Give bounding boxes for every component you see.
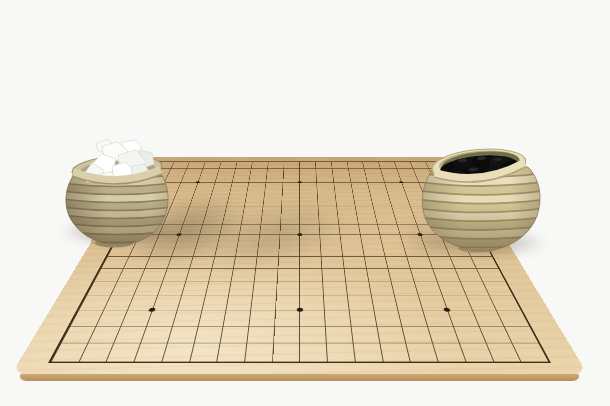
board-cell[interactable] [275, 295, 300, 310]
board-cell[interactable] [244, 343, 273, 362]
board-cell[interactable] [299, 281, 323, 295]
board-cell[interactable] [233, 168, 251, 175]
board-cell[interactable] [317, 198, 336, 206]
board-cell[interactable] [299, 256, 321, 268]
board-cell[interactable] [321, 256, 344, 268]
board-cell[interactable] [366, 268, 391, 281]
board-cell[interactable] [299, 295, 324, 310]
board-cell[interactable] [322, 268, 346, 281]
board-cell[interactable] [362, 245, 385, 256]
board-cell[interactable] [355, 206, 375, 215]
board-cell[interactable] [358, 224, 380, 234]
board-cell[interactable] [201, 295, 228, 310]
board-cell[interactable] [322, 281, 346, 295]
board-cell[interactable] [352, 190, 371, 198]
board-cell[interactable] [261, 215, 281, 224]
board-cell[interactable] [299, 268, 322, 281]
board-cell[interactable] [299, 182, 316, 190]
board-cell[interactable] [202, 215, 224, 224]
scene [0, 0, 610, 406]
board-cell[interactable] [368, 281, 394, 295]
board-cell[interactable] [277, 256, 299, 268]
board-cell[interactable] [217, 234, 240, 245]
board-cell[interactable] [333, 175, 351, 182]
board-cell[interactable] [276, 281, 300, 295]
board-cell[interactable] [332, 168, 349, 175]
board-cell[interactable] [299, 234, 320, 245]
board-cell[interactable] [299, 224, 319, 234]
board-cell[interactable] [334, 190, 353, 198]
board-cell[interactable] [353, 343, 383, 362]
board-cell[interactable] [335, 198, 354, 206]
board-cell[interactable] [320, 245, 342, 256]
board-cell[interactable] [249, 310, 275, 326]
board-cell[interactable] [226, 295, 252, 310]
board-cell[interactable] [205, 281, 231, 295]
board-cell[interactable] [257, 245, 279, 256]
board-cell[interactable] [189, 256, 214, 268]
board-cell[interactable] [299, 245, 320, 256]
board-cell[interactable] [193, 326, 223, 343]
board-cell[interactable] [325, 326, 353, 343]
board-cell[interactable] [364, 168, 382, 175]
board-cell[interactable] [196, 234, 219, 245]
board-cell[interactable] [214, 245, 237, 256]
board-cell[interactable] [241, 215, 262, 224]
board-cell[interactable] [198, 310, 226, 326]
board-cell[interactable] [258, 234, 279, 245]
board-cell[interactable] [226, 198, 246, 206]
board-cell[interactable] [205, 206, 226, 215]
board-cell[interactable] [336, 206, 356, 215]
board-cell[interactable] [272, 343, 300, 362]
board-cell[interactable] [208, 268, 233, 281]
board-cell[interactable] [299, 215, 318, 224]
board-cell[interactable] [370, 295, 397, 310]
board-cell[interactable] [299, 175, 316, 182]
board-cell[interactable] [299, 190, 317, 198]
board-cell[interactable] [210, 190, 230, 198]
board-cell[interactable] [199, 224, 221, 234]
board-cell[interactable] [244, 198, 263, 206]
star-point [297, 233, 302, 236]
board-cell[interactable] [337, 215, 358, 224]
board-cell[interactable] [249, 175, 267, 182]
board-cell[interactable] [281, 206, 300, 215]
board-cell[interactable] [219, 224, 241, 234]
board-cell[interactable] [250, 168, 267, 175]
board-cell[interactable] [299, 198, 317, 206]
board-cell[interactable] [274, 310, 299, 326]
board-cell[interactable] [342, 256, 366, 268]
board-cell[interactable] [349, 175, 367, 182]
board-cell[interactable] [316, 168, 333, 175]
star-point [297, 181, 301, 183]
board-cell[interactable] [247, 182, 265, 190]
board-cell[interactable] [229, 281, 254, 295]
board-cell[interactable] [316, 175, 333, 182]
board-cell[interactable] [318, 206, 337, 215]
board-cell[interactable] [326, 343, 355, 362]
board-cell[interactable] [185, 268, 211, 281]
board-cell[interactable] [235, 245, 258, 256]
board-cell[interactable] [262, 206, 281, 215]
board-cell[interactable] [215, 175, 234, 182]
star-point [296, 308, 302, 312]
board-cell[interactable] [282, 182, 299, 190]
board-cell[interactable] [340, 234, 362, 245]
board-cell[interactable] [277, 268, 300, 281]
board-cell[interactable] [373, 310, 401, 326]
board-cell[interactable] [323, 295, 348, 310]
board-cell[interactable] [217, 343, 247, 362]
board-cell[interactable] [266, 175, 283, 182]
board-cell[interactable] [299, 168, 316, 175]
board-cell[interactable] [356, 215, 377, 224]
board-cell[interactable] [319, 224, 340, 234]
board-cell[interactable] [282, 190, 300, 198]
board-cell[interactable] [341, 245, 364, 256]
board-cell[interactable] [350, 182, 369, 190]
board-cell[interactable] [220, 326, 249, 343]
board-cell[interactable] [316, 182, 334, 190]
board-cell[interactable] [243, 206, 263, 215]
board-cell[interactable] [246, 326, 274, 343]
board-cell[interactable] [222, 215, 243, 224]
board-cell[interactable] [263, 198, 282, 206]
star-point [399, 181, 404, 183]
board-cell[interactable] [208, 198, 228, 206]
board-cell[interactable] [255, 256, 278, 268]
board-cell[interactable] [254, 268, 278, 281]
star-point [443, 308, 451, 312]
board-edge [17, 374, 583, 381]
board-cell[interactable] [211, 256, 235, 268]
board-cell[interactable] [283, 168, 300, 175]
board-cell[interactable] [217, 168, 235, 175]
board-cell[interactable] [353, 198, 373, 206]
board-cell[interactable] [189, 343, 220, 362]
white-stone-bowl[interactable] [56, 136, 178, 252]
board-cell[interactable] [228, 190, 247, 198]
black-stone-bowl[interactable] [414, 132, 548, 256]
board-cell[interactable] [181, 281, 208, 295]
board-cell[interactable] [299, 310, 325, 326]
board-cell[interactable] [347, 295, 373, 310]
board-cell[interactable] [278, 245, 299, 256]
board-cell[interactable] [230, 182, 249, 190]
board-cell[interactable] [348, 168, 366, 175]
board-cell[interactable] [231, 268, 255, 281]
board-cell[interactable] [237, 234, 259, 245]
board-cell[interactable] [364, 256, 388, 268]
board-cell[interactable] [264, 190, 282, 198]
board-cell[interactable] [470, 256, 498, 268]
board-cell[interactable] [324, 310, 350, 326]
board-cell[interactable] [232, 175, 250, 182]
board-cell[interactable] [266, 168, 283, 175]
board-cell[interactable] [317, 190, 335, 198]
board-cell[interactable] [338, 224, 359, 234]
board-cell[interactable] [250, 295, 275, 310]
board-cell[interactable] [233, 256, 257, 268]
board-cell[interactable] [320, 234, 341, 245]
board-cell[interactable] [299, 343, 327, 362]
board-cell[interactable] [252, 281, 276, 295]
board-cell[interactable] [345, 281, 370, 295]
board-cell[interactable] [299, 326, 326, 343]
board-cell[interactable] [349, 310, 376, 326]
board-cell[interactable] [476, 268, 505, 281]
board-cell[interactable] [350, 326, 379, 343]
board-cell[interactable] [273, 326, 300, 343]
board-cell[interactable] [318, 215, 338, 224]
board-cell[interactable] [246, 190, 265, 198]
board-cell[interactable] [193, 245, 217, 256]
board-cell[interactable] [281, 198, 299, 206]
board-cell[interactable] [239, 224, 260, 234]
board-cell[interactable] [360, 234, 383, 245]
board-cell[interactable] [333, 182, 351, 190]
board-cell[interactable] [212, 182, 231, 190]
board-cell[interactable] [279, 234, 300, 245]
board-cell[interactable] [280, 215, 299, 224]
board-cell[interactable] [299, 206, 318, 215]
board-cell[interactable] [259, 224, 280, 234]
board-cell[interactable] [265, 182, 283, 190]
board-cell[interactable] [344, 268, 368, 281]
board-cell[interactable] [223, 310, 250, 326]
board-cell[interactable] [224, 206, 244, 215]
